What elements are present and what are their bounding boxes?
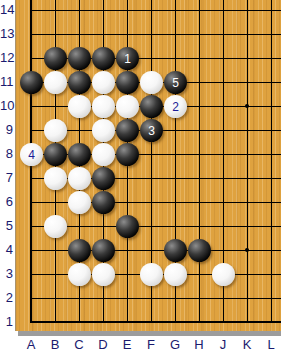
stone-black-G11[interactable]: 5 — [164, 71, 187, 94]
go-board[interactable]: 15234 — [15, 0, 281, 331]
col-label-B: B — [47, 338, 63, 352]
stone-white-B11[interactable] — [44, 71, 67, 94]
stone-white-D3[interactable] — [92, 263, 115, 286]
stone-white-C7[interactable] — [68, 167, 91, 190]
h-line-2 — [31, 298, 281, 299]
stone-black-B8[interactable] — [44, 143, 67, 166]
stone-white-C10[interactable] — [68, 95, 91, 118]
row-label-9: 9 — [0, 122, 13, 138]
row-label-6: 6 — [0, 194, 13, 210]
stone-white-G10[interactable]: 2 — [164, 95, 187, 118]
stone-white-B5[interactable] — [44, 215, 67, 238]
move-number-5: 5 — [172, 77, 179, 89]
stone-black-B12[interactable] — [44, 47, 67, 70]
stone-white-J3[interactable] — [212, 263, 235, 286]
star-point-K10 — [245, 104, 249, 108]
stone-black-E8[interactable] — [116, 143, 139, 166]
row-label-8: 8 — [0, 146, 13, 162]
stone-black-C12[interactable] — [68, 47, 91, 70]
row-label-12: 12 — [0, 50, 13, 66]
row-label-2: 2 — [0, 290, 13, 306]
v-line-H — [199, 0, 200, 323]
star-point-K4 — [245, 248, 249, 252]
stone-white-D10[interactable] — [92, 95, 115, 118]
row-label-5: 5 — [0, 218, 13, 234]
h-line-1 — [30, 321, 281, 323]
col-label-J: J — [215, 338, 231, 352]
col-label-G: G — [167, 338, 183, 352]
stone-black-E5[interactable] — [116, 215, 139, 238]
stone-black-A11[interactable] — [20, 71, 43, 94]
board-shadow — [18, 331, 281, 336]
col-label-F: F — [143, 338, 159, 352]
stone-white-D9[interactable] — [92, 119, 115, 142]
stone-white-G3[interactable] — [164, 263, 187, 286]
row-label-1: 1 — [0, 314, 13, 330]
stone-black-C4[interactable] — [68, 239, 91, 262]
stone-black-C11[interactable] — [68, 71, 91, 94]
row-label-13: 13 — [0, 26, 13, 42]
stone-black-E9[interactable] — [116, 119, 139, 142]
stone-black-E12[interactable]: 1 — [116, 47, 139, 70]
col-label-D: D — [95, 338, 111, 352]
move-number-1: 1 — [124, 53, 131, 65]
stone-white-C6[interactable] — [68, 191, 91, 214]
stone-black-D7[interactable] — [92, 167, 115, 190]
move-number-3: 3 — [148, 125, 155, 137]
col-label-H: H — [191, 338, 207, 352]
stone-white-A8[interactable]: 4 — [20, 143, 43, 166]
v-line-L — [271, 0, 272, 323]
stone-black-E11[interactable] — [116, 71, 139, 94]
stone-black-F10[interactable] — [140, 95, 163, 118]
stone-black-D6[interactable] — [92, 191, 115, 214]
row-label-7: 7 — [0, 170, 13, 186]
row-label-14: 14 — [0, 2, 13, 18]
col-label-C: C — [71, 338, 87, 352]
h-line-13 — [31, 34, 281, 35]
stone-black-F9[interactable]: 3 — [140, 119, 163, 142]
stone-black-D4[interactable] — [92, 239, 115, 262]
stone-white-F11[interactable] — [140, 71, 163, 94]
move-number-2: 2 — [172, 101, 179, 113]
stone-white-E10[interactable] — [116, 95, 139, 118]
stone-black-G4[interactable] — [164, 239, 187, 262]
stone-white-F3[interactable] — [140, 263, 163, 286]
stone-white-B9[interactable] — [44, 119, 67, 142]
col-label-A: A — [23, 338, 39, 352]
col-label-K: K — [239, 338, 255, 352]
stone-black-D12[interactable] — [92, 47, 115, 70]
stone-white-D11[interactable] — [92, 71, 115, 94]
h-line-14 — [31, 10, 281, 11]
stone-white-B7[interactable] — [44, 167, 67, 190]
move-number-4: 4 — [28, 149, 35, 161]
stone-white-C3[interactable] — [68, 263, 91, 286]
row-label-4: 4 — [0, 242, 13, 258]
col-label-L: L — [263, 338, 279, 352]
row-label-10: 10 — [0, 98, 13, 114]
stone-white-D8[interactable] — [92, 143, 115, 166]
stone-black-H4[interactable] — [188, 239, 211, 262]
h-line-5 — [31, 226, 281, 227]
v-line-K — [247, 0, 248, 323]
go-diagram: 15234 1413121110987654321 ABCDEFGHJKL — [0, 0, 281, 356]
col-label-E: E — [119, 338, 135, 352]
row-label-11: 11 — [0, 74, 13, 90]
stone-black-C8[interactable] — [68, 143, 91, 166]
row-label-3: 3 — [0, 266, 13, 282]
